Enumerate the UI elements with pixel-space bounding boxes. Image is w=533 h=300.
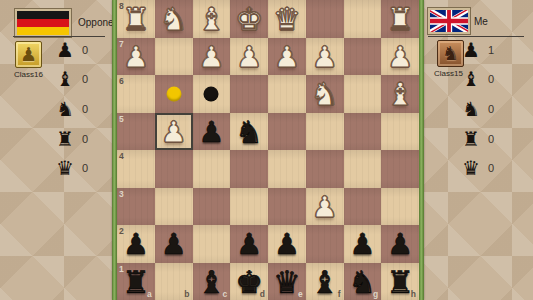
square-d8[interactable]: ♚ [230,0,268,38]
chess-board: 8♜♞♝♚♛♜7♟♟♟♟♟♟6♞♝5♟♟♞43♟2♟♟♟♟♟♟1a♜bc♝d♚e… [117,0,419,300]
piece-white-queen: ♛ [273,4,301,35]
pawn-badge-icon: ♟ [20,45,37,64]
piece-white-king: ♚ [235,4,263,35]
square-d7[interactable]: ♟ [230,38,268,76]
piece-black-queen: ♛ [273,267,301,298]
opponent-captured-queen-row: ♛0 [52,153,88,183]
opponent-captured-queen-count: 0 [82,162,88,174]
queen-icon: ♛ [52,158,78,178]
me-name: Me [474,16,488,27]
square-e8[interactable]: ♛ [268,0,306,38]
piece-black-pawn: ♟ [236,230,262,259]
pawn-icon: ♟ [52,40,78,60]
piece-white-pawn: ♟ [123,43,149,72]
square-b1[interactable]: b [155,263,193,300]
me-captured-queen-count: 0 [488,162,494,174]
rank-label-3: 3 [119,189,124,199]
square-e7[interactable]: ♟ [268,38,306,76]
me-panel: Me ♞ Class15 ♟1♝0♞0♜0♛0 [424,0,533,300]
square-d5[interactable]: ♞ [230,113,268,151]
square-h3[interactable] [381,188,419,226]
square-e3[interactable] [268,188,306,226]
queen-icon: ♛ [458,158,484,178]
opponent-captured-rook-row: ♜0 [52,124,88,154]
opponent-captured-pawn-row: ♟0 [52,35,88,65]
square-g3[interactable] [344,188,382,226]
square-h5[interactable] [381,113,419,151]
square-e5[interactable] [268,113,306,151]
piece-white-pawn: ♟ [387,43,413,72]
uk-flag-icon [428,8,470,34]
square-e2[interactable]: ♟ [268,225,306,263]
square-a4[interactable]: 4 [117,150,155,188]
rank-label-4: 4 [119,151,124,161]
square-b6[interactable] [155,75,193,113]
rank-label-5: 5 [119,114,124,124]
me-captured-queen-row: ♛0 [458,153,494,183]
me-captured-tray: ♟1♝0♞0♜0♛0 [458,35,494,183]
square-h6[interactable]: ♝ [381,75,419,113]
piece-white-rook: ♜ [122,4,150,35]
piece-black-rook: ♜ [122,267,150,298]
opponent-captured-pawn-count: 0 [82,44,88,56]
piece-black-knight: ♞ [235,117,263,148]
square-d6[interactable] [230,75,268,113]
square-b7[interactable] [155,38,193,76]
square-h8[interactable]: ♜ [381,0,419,38]
square-a2[interactable]: 2♟ [117,225,155,263]
pawn-icon: ♟ [458,40,484,60]
square-h1[interactable]: h♜ [381,263,419,300]
chess-app-screen: Opponent ♟ Class16 ♟0♝0♞0♜0♛0 8♜♞♝♚♛♜7♟♟… [0,0,533,300]
opponent-captured-knight-row: ♞0 [52,94,88,124]
square-c8[interactable]: ♝ [193,0,231,38]
board-area: 8♜♞♝♚♛♜7♟♟♟♟♟♟6♞♝5♟♟♞43♟2♟♟♟♟♟♟1a♜bc♝d♚e… [112,0,424,300]
piece-white-rook: ♜ [386,4,414,35]
square-c7[interactable]: ♟ [193,38,231,76]
square-g1[interactable]: g♞ [344,263,382,300]
square-f7[interactable]: ♟ [306,38,344,76]
piece-white-bishop: ♝ [386,79,414,110]
square-f1[interactable]: f♝ [306,263,344,300]
piece-white-pawn: ♟ [161,118,187,147]
square-c1[interactable]: c♝ [193,263,231,300]
piece-black-bishop: ♝ [197,267,225,298]
me-captured-knight-row: ♞0 [458,94,494,124]
piece-white-knight: ♞ [160,4,188,35]
piece-black-pawn: ♟ [349,230,375,259]
square-b2[interactable]: ♟ [155,225,193,263]
knight-icon: ♞ [52,99,78,119]
square-d2[interactable]: ♟ [230,225,268,263]
piece-black-pawn: ♟ [387,230,413,259]
square-g5[interactable] [344,113,382,151]
square-b3[interactable] [155,188,193,226]
piece-black-pawn: ♟ [198,118,224,147]
square-d1[interactable]: d♚ [230,263,268,300]
piece-black-king: ♚ [235,267,263,298]
opponent-captured-bishop-count: 0 [82,73,88,85]
square-g6[interactable] [344,75,382,113]
piece-black-knight: ♞ [348,267,376,298]
me-captured-rook-count: 0 [488,133,494,145]
square-c6[interactable] [193,75,231,113]
square-h2[interactable]: ♟ [381,225,419,263]
me-captured-knight-count: 0 [488,103,494,115]
square-g7[interactable] [344,38,382,76]
me-captured-bishop-row: ♝0 [458,65,494,95]
piece-white-bishop: ♝ [197,4,225,35]
square-c5[interactable]: ♟ [193,113,231,151]
me-captured-pawn-row: ♟1 [458,35,494,65]
piece-black-pawn: ♟ [274,230,300,259]
opponent-class-badge-icon: ♟ [15,41,42,68]
bishop-icon: ♝ [458,69,484,89]
square-e6[interactable] [268,75,306,113]
square-c3[interactable] [193,188,231,226]
square-e1[interactable]: e♛ [268,263,306,300]
knight-icon: ♞ [458,99,484,119]
square-d3[interactable] [230,188,268,226]
opponent-class-label: Class16 [14,70,43,79]
piece-black-pawn: ♟ [123,230,149,259]
rook-icon: ♜ [52,129,78,149]
square-b5[interactable]: ♟ [155,113,193,151]
opponent-captured-knight-count: 0 [82,103,88,115]
square-f2[interactable] [306,225,344,263]
piece-black-bishop: ♝ [311,267,339,298]
square-g8[interactable] [344,0,382,38]
me-captured-rook-row: ♜0 [458,124,494,154]
piece-black-rook: ♜ [386,267,414,298]
square-b8[interactable]: ♞ [155,0,193,38]
square-d4[interactable] [230,150,268,188]
piece-white-knight: ♞ [311,79,339,110]
square-a7[interactable]: 7♟ [117,38,155,76]
square-f4[interactable] [306,150,344,188]
hint-dot-black [204,86,219,101]
piece-white-pawn: ♟ [236,43,262,72]
square-c4[interactable] [193,150,231,188]
square-c2[interactable] [193,225,231,263]
piece-white-pawn: ♟ [198,43,224,72]
square-f3[interactable]: ♟ [306,188,344,226]
square-h4[interactable] [381,150,419,188]
square-h7[interactable]: ♟ [381,38,419,76]
square-a1[interactable]: 1a♜ [117,263,155,300]
square-e4[interactable] [268,150,306,188]
piece-white-pawn: ♟ [312,43,338,72]
germany-flag-icon [15,9,71,37]
square-g2[interactable]: ♟ [344,225,382,263]
piece-white-pawn: ♟ [274,43,300,72]
piece-white-pawn: ♟ [312,193,338,222]
hint-dot-yellow [166,86,181,101]
square-a8[interactable]: 8♜ [117,0,155,38]
rook-icon: ♜ [458,129,484,149]
opponent-captured-tray: ♟0♝0♞0♜0♛0 [52,35,88,183]
rank-label-6: 6 [119,76,124,86]
opponent-captured-bishop-row: ♝0 [52,65,88,95]
square-f6[interactable]: ♞ [306,75,344,113]
opponent-captured-rook-count: 0 [82,133,88,145]
me-captured-pawn-count: 1 [488,44,494,56]
square-b4[interactable] [155,150,193,188]
square-a3[interactable]: 3 [117,188,155,226]
square-f5[interactable] [306,113,344,151]
square-g4[interactable] [344,150,382,188]
square-f8[interactable] [306,0,344,38]
bishop-icon: ♝ [52,69,78,89]
me-captured-bishop-count: 0 [488,73,494,85]
knight-badge-icon: ♞ [442,44,459,63]
square-a5[interactable]: 5 [117,113,155,151]
opponent-panel: Opponent ♟ Class16 ♟0♝0♞0♜0♛0 [0,0,112,300]
square-a6[interactable]: 6 [117,75,155,113]
file-label-b: b [184,289,189,299]
piece-black-pawn: ♟ [161,230,187,259]
